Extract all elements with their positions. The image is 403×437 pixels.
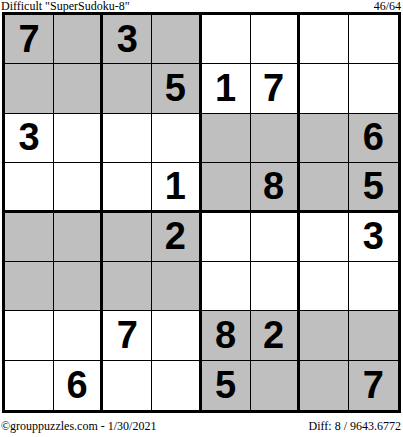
empty-cell-r2c3[interactable] — [103, 64, 152, 113]
empty-cell-r4c5[interactable] — [202, 163, 251, 212]
empty-cell-r8c3[interactable] — [103, 361, 152, 410]
given-cell-r3c1: 3 — [5, 114, 54, 163]
empty-cell-r4c1[interactable] — [5, 163, 54, 212]
empty-cell-counter: 46/64 — [374, 0, 401, 12]
given-cell-r8c2: 6 — [54, 361, 103, 410]
given-cell-r4c8: 5 — [349, 163, 398, 212]
empty-cell-r8c6[interactable] — [251, 361, 300, 410]
empty-cell-r7c7[interactable] — [300, 311, 349, 360]
header: Difficult "SuperSudoku-8" 46/64 — [0, 0, 403, 12]
empty-cell-r1c6[interactable] — [251, 15, 300, 64]
empty-cell-r3c7[interactable] — [300, 114, 349, 163]
given-cell-r3c8: 6 — [349, 114, 398, 163]
empty-cell-r5c1[interactable] — [5, 213, 54, 262]
puzzle-title: Difficult "SuperSudoku-8" — [1, 0, 130, 12]
empty-cell-r4c2[interactable] — [54, 163, 103, 212]
footer: ©grouppuzzles.com - 1/30/2021 Diff: 8 / … — [0, 419, 403, 433]
difficulty-text: Diff: 8 / 9643.6772 — [309, 419, 401, 433]
empty-cell-r5c2[interactable] — [54, 213, 103, 262]
given-cell-r2c4: 5 — [152, 64, 201, 113]
empty-cell-r1c5[interactable] — [202, 15, 251, 64]
given-cell-r4c4: 1 — [152, 163, 201, 212]
sudoku-board: 735173618523782657 — [2, 12, 401, 413]
empty-cell-r8c1[interactable] — [5, 361, 54, 410]
empty-cell-r6c3[interactable] — [103, 262, 152, 311]
empty-cell-r5c6[interactable] — [251, 213, 300, 262]
given-cell-r7c5: 8 — [202, 311, 251, 360]
empty-cell-r3c2[interactable] — [54, 114, 103, 163]
empty-cell-r5c3[interactable] — [103, 213, 152, 262]
empty-cell-r7c1[interactable] — [5, 311, 54, 360]
empty-cell-r5c5[interactable] — [202, 213, 251, 262]
empty-cell-r2c7[interactable] — [300, 64, 349, 113]
empty-cell-r5c7[interactable] — [300, 213, 349, 262]
copyright-text: ©grouppuzzles.com - 1/30/2021 — [1, 419, 156, 433]
given-cell-r1c3: 3 — [103, 15, 152, 64]
empty-cell-r1c4[interactable] — [152, 15, 201, 64]
empty-cell-r7c2[interactable] — [54, 311, 103, 360]
empty-cell-r6c4[interactable] — [152, 262, 201, 311]
given-cell-r5c8: 3 — [349, 213, 398, 262]
given-cell-r8c5: 5 — [202, 361, 251, 410]
empty-cell-r1c2[interactable] — [54, 15, 103, 64]
given-cell-r7c6: 2 — [251, 311, 300, 360]
empty-cell-r6c6[interactable] — [251, 262, 300, 311]
given-cell-r2c6: 7 — [251, 64, 300, 113]
empty-cell-r8c7[interactable] — [300, 361, 349, 410]
given-cell-r4c6: 8 — [251, 163, 300, 212]
empty-cell-r3c4[interactable] — [152, 114, 201, 163]
empty-cell-r2c2[interactable] — [54, 64, 103, 113]
empty-cell-r3c5[interactable] — [202, 114, 251, 163]
empty-cell-r1c8[interactable] — [349, 15, 398, 64]
empty-cell-r4c3[interactable] — [103, 163, 152, 212]
given-cell-r8c8: 7 — [349, 361, 398, 410]
given-cell-r7c3: 7 — [103, 311, 152, 360]
empty-cell-r7c8[interactable] — [349, 311, 398, 360]
empty-cell-r6c2[interactable] — [54, 262, 103, 311]
given-cell-r5c4: 2 — [152, 213, 201, 262]
empty-cell-r6c8[interactable] — [349, 262, 398, 311]
empty-cell-r6c5[interactable] — [202, 262, 251, 311]
empty-cell-r1c7[interactable] — [300, 15, 349, 64]
empty-cell-r2c1[interactable] — [5, 64, 54, 113]
given-cell-r1c1: 7 — [5, 15, 54, 64]
empty-cell-r7c4[interactable] — [152, 311, 201, 360]
empty-cell-r6c1[interactable] — [5, 262, 54, 311]
empty-cell-r3c3[interactable] — [103, 114, 152, 163]
empty-cell-r3c6[interactable] — [251, 114, 300, 163]
empty-cell-r8c4[interactable] — [152, 361, 201, 410]
given-cell-r2c5: 1 — [202, 64, 251, 113]
empty-cell-r6c7[interactable] — [300, 262, 349, 311]
empty-cell-r4c7[interactable] — [300, 163, 349, 212]
empty-cell-r2c8[interactable] — [349, 64, 398, 113]
